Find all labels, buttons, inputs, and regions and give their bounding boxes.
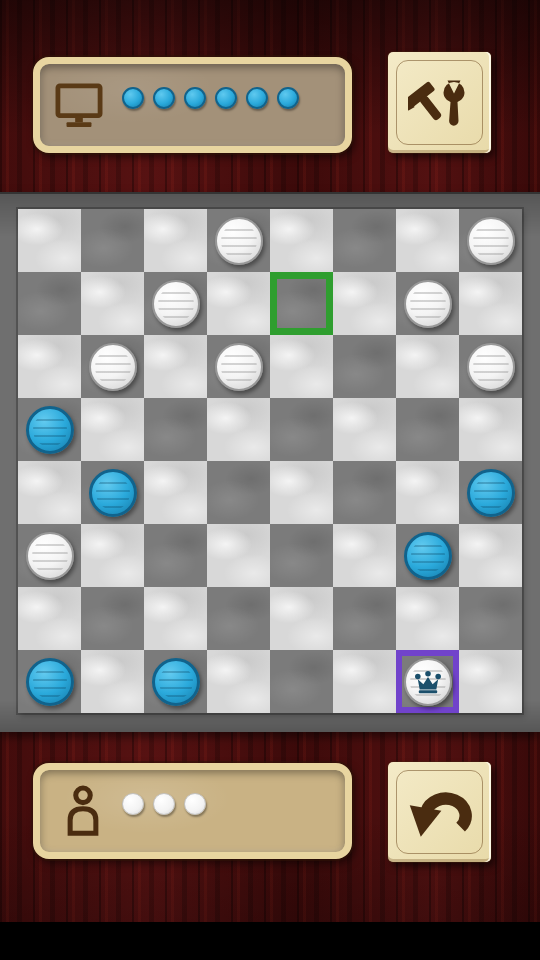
square-r6c3[interactable] [144,524,207,587]
square-r3c4[interactable] [207,335,270,398]
nav-bar [0,922,540,960]
square-r4c7[interactable] [396,398,459,461]
square-r7c7[interactable] [396,587,459,650]
undo-arrow-icon [407,779,473,845]
square-r4c1[interactable] [18,398,81,461]
hammer-wrench-icon [408,71,472,135]
square-r3c6[interactable] [333,335,396,398]
square-r2c4[interactable] [207,272,270,335]
square-r6c2[interactable] [81,524,144,587]
undo-button[interactable] [388,762,491,862]
square-r1c4[interactable] [207,209,270,272]
white-man-piece[interactable] [26,532,74,580]
square-r3c3[interactable] [144,335,207,398]
square-r3c5[interactable] [270,335,333,398]
square-r2c8[interactable] [459,272,522,335]
captured-dot-blue [246,87,268,109]
white-man-piece[interactable] [467,343,515,391]
square-r8c5[interactable] [270,650,333,713]
square-r7c1[interactable] [18,587,81,650]
square-r2c3[interactable] [144,272,207,335]
captured-dot-blue [215,87,237,109]
white-man-piece[interactable] [215,343,263,391]
square-r6c8[interactable] [459,524,522,587]
square-r5c6[interactable] [333,461,396,524]
square-r4c6[interactable] [333,398,396,461]
blue-man-piece[interactable] [152,658,200,706]
square-r2c7[interactable] [396,272,459,335]
app-screen [0,0,540,960]
square-r2c2[interactable] [81,272,144,335]
square-r8c6[interactable] [333,650,396,713]
square-r4c3[interactable] [144,398,207,461]
square-r6c5[interactable] [270,524,333,587]
square-r7c3[interactable] [144,587,207,650]
square-r5c2[interactable] [81,461,144,524]
square-r1c1[interactable] [18,209,81,272]
square-r5c7[interactable] [396,461,459,524]
square-r7c5[interactable] [270,587,333,650]
square-r8c7[interactable] [396,650,459,713]
captured-dot-white [153,793,175,815]
person-icon [64,784,102,838]
square-r8c2[interactable] [81,650,144,713]
square-r3c1[interactable] [18,335,81,398]
computer-player-panel [33,57,352,153]
captured-dot-blue [184,87,206,109]
square-r1c7[interactable] [396,209,459,272]
square-r5c1[interactable] [18,461,81,524]
monitor-icon [54,82,104,128]
human-player-panel [33,763,352,859]
captured-dot-white [122,793,144,815]
blue-man-piece[interactable] [89,469,137,517]
computer-captured-dots [122,87,299,109]
square-r6c1[interactable] [18,524,81,587]
captured-dot-blue [122,87,144,109]
blue-man-piece[interactable] [467,469,515,517]
blue-man-piece[interactable] [26,406,74,454]
square-r4c2[interactable] [81,398,144,461]
board-grid [18,209,522,713]
white-king-piece[interactable] [404,658,452,706]
tools-button[interactable] [388,52,491,153]
square-r6c6[interactable] [333,524,396,587]
square-r7c6[interactable] [333,587,396,650]
square-r3c2[interactable] [81,335,144,398]
captured-dot-white [184,793,206,815]
square-r4c4[interactable] [207,398,270,461]
blue-man-piece[interactable] [404,532,452,580]
square-r8c4[interactable] [207,650,270,713]
square-r7c8[interactable] [459,587,522,650]
human-captured-dots [122,793,206,815]
square-r5c8[interactable] [459,461,522,524]
square-r8c3[interactable] [144,650,207,713]
captured-dot-blue [277,87,299,109]
square-r1c8[interactable] [459,209,522,272]
white-man-piece[interactable] [152,280,200,328]
white-man-piece[interactable] [404,280,452,328]
square-r1c5[interactable] [270,209,333,272]
square-r4c5[interactable] [270,398,333,461]
square-r2c5[interactable] [270,272,333,335]
square-r5c4[interactable] [207,461,270,524]
square-r2c6[interactable] [333,272,396,335]
square-r5c5[interactable] [270,461,333,524]
square-r2c1[interactable] [18,272,81,335]
square-r8c1[interactable] [18,650,81,713]
square-r7c2[interactable] [81,587,144,650]
square-r3c7[interactable] [396,335,459,398]
square-r1c3[interactable] [144,209,207,272]
square-r3c8[interactable] [459,335,522,398]
square-r7c4[interactable] [207,587,270,650]
square-r6c7[interactable] [396,524,459,587]
captured-dot-blue [153,87,175,109]
square-r8c8[interactable] [459,650,522,713]
square-r6c4[interactable] [207,524,270,587]
square-r5c3[interactable] [144,461,207,524]
square-r1c6[interactable] [333,209,396,272]
square-r1c2[interactable] [81,209,144,272]
square-r4c8[interactable] [459,398,522,461]
checkers-board [0,192,540,732]
white-man-piece[interactable] [89,343,137,391]
white-man-piece[interactable] [215,217,263,265]
blue-man-piece[interactable] [26,658,74,706]
white-man-piece[interactable] [467,217,515,265]
